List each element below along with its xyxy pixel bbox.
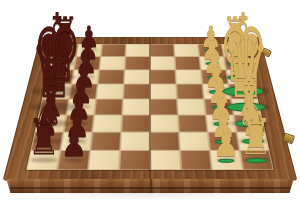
pieces-layer: ♜♞♝♛♚♝♞♜♟♟♟♟♟♟♟♟♟♟♟♟♟♟♟♟♜♞♝♛♚♝♞♜ — [0, 0, 300, 207]
chess-set-photo: ♜♞♝♛♚♝♞♜♟♟♟♟♟♟♟♟♟♟♟♟♟♟♟♟♜♞♝♛♚♝♞♜ — [0, 0, 300, 207]
piece-white-rook[interactable]: ♜ — [240, 113, 272, 163]
piece-black-rook[interactable]: ♜ — [28, 113, 60, 163]
piece-black-pawn[interactable]: ♟ — [61, 125, 88, 162]
piece-white-pawn[interactable]: ♟ — [213, 125, 240, 162]
